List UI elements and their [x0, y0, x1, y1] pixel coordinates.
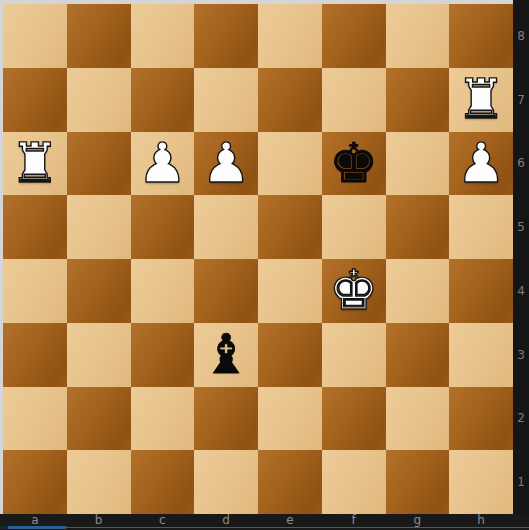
square-g5[interactable] [386, 195, 450, 259]
square-f1[interactable] [322, 450, 386, 514]
square-g7[interactable] [386, 68, 450, 132]
chess-board: ♜♜♟♟♚♟♚♝ [3, 4, 513, 514]
square-f4[interactable]: ♚ [322, 259, 386, 323]
rank-label-8: 8 [513, 4, 529, 68]
black-bishop[interactable]: ♝ [194, 323, 258, 387]
square-e6[interactable] [258, 132, 322, 196]
square-a3[interactable] [3, 323, 67, 387]
square-a8[interactable] [3, 4, 67, 68]
square-c4[interactable] [131, 259, 195, 323]
square-c7[interactable] [131, 68, 195, 132]
square-f2[interactable] [322, 387, 386, 451]
rank-coordinates-strip: 87654321 [513, 0, 529, 530]
white-pawn[interactable]: ♟ [194, 132, 258, 196]
square-h6[interactable]: ♟ [449, 132, 513, 196]
square-g3[interactable] [386, 323, 450, 387]
white-rook[interactable]: ♜ [3, 132, 67, 196]
square-e5[interactable] [258, 195, 322, 259]
rank-labels: 87654321 [513, 4, 529, 514]
square-f6[interactable]: ♚ [322, 132, 386, 196]
square-e1[interactable] [258, 450, 322, 514]
square-b2[interactable] [67, 387, 131, 451]
square-c6[interactable]: ♟ [131, 132, 195, 196]
square-d7[interactable] [194, 68, 258, 132]
square-g4[interactable] [386, 259, 450, 323]
file-label-c: c [131, 514, 195, 525]
square-b6[interactable] [67, 132, 131, 196]
square-a7[interactable] [3, 68, 67, 132]
square-h8[interactable] [449, 4, 513, 68]
rank-label-6: 6 [513, 132, 529, 196]
square-g6[interactable] [386, 132, 450, 196]
scrollbar-line [66, 527, 529, 528]
square-c8[interactable] [131, 4, 195, 68]
square-d6[interactable]: ♟ [194, 132, 258, 196]
square-d8[interactable] [194, 4, 258, 68]
square-g2[interactable] [386, 387, 450, 451]
square-b5[interactable] [67, 195, 131, 259]
square-a6[interactable]: ♜ [3, 132, 67, 196]
square-b4[interactable] [67, 259, 131, 323]
file-label-a: a [3, 514, 67, 525]
square-e7[interactable] [258, 68, 322, 132]
file-labels: abcdefgh [3, 514, 513, 525]
square-a1[interactable] [3, 450, 67, 514]
square-f7[interactable] [322, 68, 386, 132]
scrollbar-track[interactable] [0, 526, 529, 530]
file-label-b: b [67, 514, 131, 525]
square-a4[interactable] [3, 259, 67, 323]
square-g1[interactable] [386, 450, 450, 514]
file-label-g: g [386, 514, 450, 525]
square-h1[interactable] [449, 450, 513, 514]
square-d4[interactable] [194, 259, 258, 323]
rank-label-5: 5 [513, 195, 529, 259]
square-g8[interactable] [386, 4, 450, 68]
square-c5[interactable] [131, 195, 195, 259]
square-b7[interactable] [67, 68, 131, 132]
chess-board-window: ♜♜♟♟♚♟♚♝ 87654321 abcdefgh [0, 0, 529, 530]
square-e3[interactable] [258, 323, 322, 387]
square-h4[interactable] [449, 259, 513, 323]
rank-label-2: 2 [513, 387, 529, 451]
square-h3[interactable] [449, 323, 513, 387]
scrollbar-thumb[interactable] [8, 526, 66, 529]
square-a2[interactable] [3, 387, 67, 451]
square-f5[interactable] [322, 195, 386, 259]
white-pawn[interactable]: ♟ [131, 132, 195, 196]
file-label-e: e [258, 514, 322, 525]
white-king[interactable]: ♚ [322, 259, 386, 323]
file-label-f: f [322, 514, 386, 525]
rank-label-3: 3 [513, 323, 529, 387]
square-d1[interactable] [194, 450, 258, 514]
square-d2[interactable] [194, 387, 258, 451]
scrollbar-left-cap [0, 526, 8, 529]
square-e8[interactable] [258, 4, 322, 68]
square-b1[interactable] [67, 450, 131, 514]
rank-label-4: 4 [513, 259, 529, 323]
square-c3[interactable] [131, 323, 195, 387]
white-pawn[interactable]: ♟ [449, 132, 513, 196]
square-e2[interactable] [258, 387, 322, 451]
square-c2[interactable] [131, 387, 195, 451]
square-a5[interactable] [3, 195, 67, 259]
square-h2[interactable] [449, 387, 513, 451]
square-h5[interactable] [449, 195, 513, 259]
square-d3[interactable]: ♝ [194, 323, 258, 387]
black-king[interactable]: ♚ [322, 132, 386, 196]
white-rook[interactable]: ♜ [449, 68, 513, 132]
square-b3[interactable] [67, 323, 131, 387]
square-b8[interactable] [67, 4, 131, 68]
file-label-d: d [194, 514, 258, 525]
rank-label-1: 1 [513, 450, 529, 514]
square-f3[interactable] [322, 323, 386, 387]
square-e4[interactable] [258, 259, 322, 323]
square-c1[interactable] [131, 450, 195, 514]
square-h7[interactable]: ♜ [449, 68, 513, 132]
square-f8[interactable] [322, 4, 386, 68]
file-label-h: h [449, 514, 513, 525]
rank-label-7: 7 [513, 68, 529, 132]
square-d5[interactable] [194, 195, 258, 259]
file-coordinates-strip: abcdefgh [0, 514, 529, 530]
